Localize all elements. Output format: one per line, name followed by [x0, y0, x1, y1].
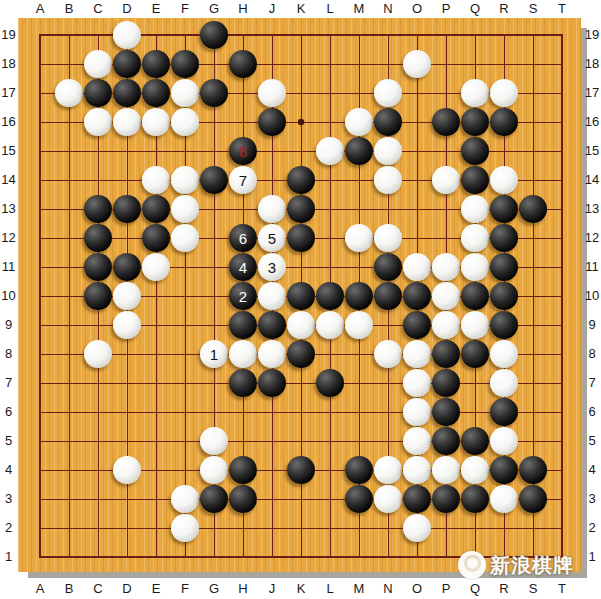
stone-black [258, 108, 286, 136]
move-number-label: 3 [268, 260, 276, 275]
col-label-bottom: H [233, 581, 253, 597]
row-label-right: 12 [583, 230, 601, 246]
stone-black [432, 398, 460, 426]
col-label-top: E [146, 1, 166, 17]
row-label-left: 8 [0, 346, 17, 362]
sina-logo-icon [458, 551, 486, 579]
stone-black [287, 224, 315, 252]
col-label-bottom: E [146, 581, 166, 597]
stone-white [200, 456, 228, 484]
move-number-label: 6 [239, 231, 247, 246]
stone-black [345, 137, 373, 165]
stone-black [374, 282, 402, 310]
stone-black [113, 79, 141, 107]
stone-black [490, 456, 518, 484]
stone-white [258, 79, 286, 107]
stone-black [461, 137, 489, 165]
row-label-right: 19 [583, 27, 601, 43]
stone-black [229, 369, 257, 397]
col-label-top: C [88, 1, 108, 17]
stone-black [171, 50, 199, 78]
col-label-top: S [523, 1, 543, 17]
stone-white [113, 282, 141, 310]
stone-white [461, 456, 489, 484]
row-label-right: 10 [583, 288, 601, 304]
stone-white [258, 340, 286, 368]
stone-white [432, 282, 460, 310]
stone-black [519, 195, 547, 223]
stone-white [461, 195, 489, 223]
stone-white [374, 340, 402, 368]
stone-black [113, 50, 141, 78]
col-label-bottom: B [59, 581, 79, 597]
stone-white [432, 253, 460, 281]
row-label-right: 6 [583, 404, 601, 420]
stone-black: 4 [229, 253, 257, 281]
col-label-top: T [552, 1, 572, 17]
stone-white [84, 340, 112, 368]
stone-white [258, 195, 286, 223]
stone-black [113, 195, 141, 223]
col-label-top: B [59, 1, 79, 17]
stone-black [84, 224, 112, 252]
stone-black: 8 [229, 137, 257, 165]
move-number-label: 5 [268, 231, 276, 246]
row-label-left: 13 [0, 201, 17, 217]
stone-black [461, 427, 489, 455]
row-label-right: 14 [583, 172, 601, 188]
col-label-top: Q [465, 1, 485, 17]
stone-black [461, 340, 489, 368]
col-label-top: L [320, 1, 340, 17]
move-number-label: 2 [239, 289, 247, 304]
col-label-top: H [233, 1, 253, 17]
stone-white [403, 340, 431, 368]
row-label-left: 6 [0, 404, 17, 420]
stone-black [229, 485, 257, 513]
row-label-right: 2 [583, 520, 601, 536]
stone-black [345, 456, 373, 484]
row-label-left: 12 [0, 230, 17, 246]
row-label-right: 18 [583, 56, 601, 72]
stone-white: 3 [258, 253, 286, 281]
col-label-bottom: Q [465, 581, 485, 597]
stone-white [490, 340, 518, 368]
stone-white [403, 50, 431, 78]
row-label-right: 11 [583, 259, 601, 275]
col-label-bottom: K [291, 581, 311, 597]
stone-black [490, 253, 518, 281]
stone-black [432, 427, 460, 455]
col-label-top: R [494, 1, 514, 17]
stone-white [374, 456, 402, 484]
col-label-top: F [175, 1, 195, 17]
stone-white [171, 195, 199, 223]
move-number-label: 7 [239, 173, 247, 188]
col-label-top: P [436, 1, 456, 17]
stone-white: 5 [258, 224, 286, 252]
col-label-top: G [204, 1, 224, 17]
row-label-left: 15 [0, 143, 17, 159]
stone-white [316, 137, 344, 165]
stone-black [229, 50, 257, 78]
col-label-top: A [30, 1, 50, 17]
stone-white [461, 79, 489, 107]
stone-white [171, 224, 199, 252]
stone-black [258, 369, 286, 397]
stone-black [432, 108, 460, 136]
col-label-bottom: F [175, 581, 195, 597]
col-label-bottom: T [552, 581, 572, 597]
stone-black [287, 456, 315, 484]
stone-white [345, 108, 373, 136]
row-label-right: 9 [583, 317, 601, 333]
col-label-bottom: P [436, 581, 456, 597]
stone-black [229, 311, 257, 339]
col-label-bottom: D [117, 581, 137, 597]
col-label-bottom: O [407, 581, 427, 597]
col-label-bottom: R [494, 581, 514, 597]
stone-black [461, 282, 489, 310]
stone-white [432, 456, 460, 484]
col-label-bottom: C [88, 581, 108, 597]
stone-white [403, 398, 431, 426]
stone-black [200, 79, 228, 107]
row-label-right: 17 [583, 85, 601, 101]
stone-white [113, 456, 141, 484]
col-label-top: J [262, 1, 282, 17]
stone-black [229, 456, 257, 484]
stone-black [200, 21, 228, 49]
col-label-top: K [291, 1, 311, 17]
col-label-bottom: N [378, 581, 398, 597]
row-label-left: 11 [0, 259, 17, 275]
stone-white [171, 166, 199, 194]
stone-white [490, 166, 518, 194]
stone-white: 7 [229, 166, 257, 194]
stone-black [84, 253, 112, 281]
row-label-left: 14 [0, 172, 17, 188]
stone-black [490, 282, 518, 310]
col-label-bottom: S [523, 581, 543, 597]
col-label-bottom: A [30, 581, 50, 597]
stone-white [490, 427, 518, 455]
stone-black [287, 282, 315, 310]
stone-black [490, 108, 518, 136]
sina-watermark: 新浪棋牌 [458, 551, 574, 579]
go-diagram-page: AABBCCDDEEFFGGHHJJKKLLMMNNOOPPQQRRSSTT19… [0, 0, 601, 599]
stone-black [374, 253, 402, 281]
col-label-top: D [117, 1, 137, 17]
row-label-right: 1 [583, 549, 601, 565]
row-label-left: 10 [0, 288, 17, 304]
stone-black [490, 195, 518, 223]
row-label-left: 1 [0, 549, 17, 565]
row-label-left: 9 [0, 317, 17, 333]
stone-white [374, 485, 402, 513]
row-label-right: 16 [583, 114, 601, 130]
stone-white [403, 369, 431, 397]
row-label-right: 15 [583, 143, 601, 159]
stone-black [200, 166, 228, 194]
row-label-right: 5 [583, 433, 601, 449]
col-label-top: N [378, 1, 398, 17]
stone-black [200, 485, 228, 513]
stone-black [316, 282, 344, 310]
stone-white [171, 79, 199, 107]
move-number-label: 4 [239, 260, 247, 275]
stone-white [432, 311, 460, 339]
stone-black [403, 282, 431, 310]
stone-black [316, 369, 344, 397]
stone-white [142, 166, 170, 194]
stone-black [142, 224, 170, 252]
stone-black [432, 369, 460, 397]
stone-white [142, 108, 170, 136]
stone-black [142, 79, 170, 107]
stone-black [84, 195, 112, 223]
stone-white [374, 166, 402, 194]
row-label-left: 3 [0, 491, 17, 507]
stone-white [113, 21, 141, 49]
stone-black [432, 485, 460, 513]
stone-white [432, 166, 460, 194]
stone-black [461, 485, 489, 513]
stone-white [403, 456, 431, 484]
stone-black [287, 166, 315, 194]
row-label-right: 8 [583, 346, 601, 362]
row-label-left: 7 [0, 375, 17, 391]
stone-white [403, 514, 431, 542]
stone-white [171, 108, 199, 136]
row-label-right: 7 [583, 375, 601, 391]
stone-black [403, 485, 431, 513]
stone-white [403, 253, 431, 281]
stone-white [55, 79, 83, 107]
row-label-left: 4 [0, 462, 17, 478]
stone-black [345, 485, 373, 513]
col-label-bottom: L [320, 581, 340, 597]
stone-black [403, 311, 431, 339]
stone-white [490, 369, 518, 397]
stone-white [113, 311, 141, 339]
stone-black: 2 [229, 282, 257, 310]
stone-white [403, 427, 431, 455]
stone-black [461, 166, 489, 194]
stone-black [287, 195, 315, 223]
stone-white [490, 485, 518, 513]
col-label-bottom: G [204, 581, 224, 597]
row-label-right: 4 [583, 462, 601, 478]
stone-white [345, 311, 373, 339]
stone-black [84, 282, 112, 310]
stone-white [374, 137, 402, 165]
stone-black [142, 50, 170, 78]
stone-black [490, 398, 518, 426]
row-label-right: 13 [583, 201, 601, 217]
stone-black [490, 311, 518, 339]
stone-white [258, 282, 286, 310]
stone-black [84, 79, 112, 107]
stone-white [171, 514, 199, 542]
stone-black [461, 108, 489, 136]
stone-white: 1 [200, 340, 228, 368]
stone-white [113, 108, 141, 136]
stone-white [84, 108, 112, 136]
stone-black [374, 108, 402, 136]
stone-black [519, 485, 547, 513]
stone-black [287, 340, 315, 368]
row-label-left: 5 [0, 433, 17, 449]
stone-white [490, 79, 518, 107]
move-number-label: 8 [239, 144, 247, 159]
stone-white [461, 224, 489, 252]
stone-white [316, 311, 344, 339]
stone-black: 6 [229, 224, 257, 252]
row-label-right: 3 [583, 491, 601, 507]
stone-black [519, 456, 547, 484]
col-label-top: M [349, 1, 369, 17]
stone-black [432, 340, 460, 368]
stone-white [461, 311, 489, 339]
row-label-left: 18 [0, 56, 17, 72]
stone-black [113, 253, 141, 281]
watermark-text: 新浪棋牌 [490, 552, 574, 579]
col-label-bottom: M [349, 581, 369, 597]
stone-white [142, 253, 170, 281]
row-label-left: 19 [0, 27, 17, 43]
stone-black [345, 282, 373, 310]
stone-white [229, 340, 257, 368]
move-number-label: 1 [210, 347, 218, 362]
stone-white [345, 224, 373, 252]
stone-white [287, 311, 315, 339]
col-label-bottom: J [262, 581, 282, 597]
row-label-left: 16 [0, 114, 17, 130]
col-label-top: O [407, 1, 427, 17]
stone-white [374, 224, 402, 252]
stone-white [171, 485, 199, 513]
stone-black [490, 224, 518, 252]
stone-white [84, 50, 112, 78]
stone-white [374, 79, 402, 107]
row-label-left: 17 [0, 85, 17, 101]
stone-white [461, 253, 489, 281]
row-label-left: 2 [0, 520, 17, 536]
stone-white [200, 427, 228, 455]
stone-black [258, 311, 286, 339]
stone-black [142, 195, 170, 223]
